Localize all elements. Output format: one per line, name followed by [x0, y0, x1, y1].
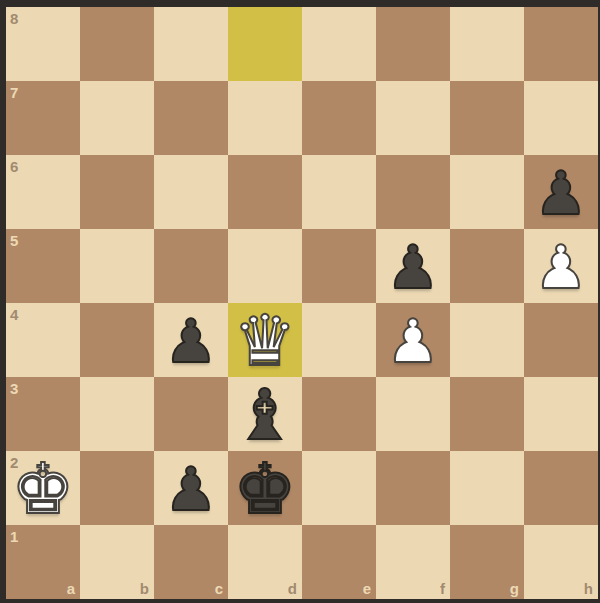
square-g7[interactable]: [450, 81, 524, 155]
square-d5[interactable]: [228, 229, 302, 303]
rank-label-8: 8: [10, 11, 18, 26]
square-h4[interactable]: [524, 303, 598, 377]
square-e7[interactable]: [302, 81, 376, 155]
square-a5[interactable]: 5: [6, 229, 80, 303]
square-d7[interactable]: [228, 81, 302, 155]
square-f7[interactable]: [376, 81, 450, 155]
square-h3[interactable]: [524, 377, 598, 451]
square-g4[interactable]: [450, 303, 524, 377]
square-c4[interactable]: ♟: [154, 303, 228, 377]
square-h2[interactable]: [524, 451, 598, 525]
square-e3[interactable]: [302, 377, 376, 451]
square-a8[interactable]: 8: [6, 7, 80, 81]
chess-board: 876♟5♟♟4♟♛♟3♝2♚♟♚1abcdefgh: [6, 7, 598, 599]
white-pawn-f4[interactable]: ♟: [386, 311, 440, 371]
square-g1[interactable]: g: [450, 525, 524, 599]
square-d3[interactable]: ♝: [228, 377, 302, 451]
square-h7[interactable]: [524, 81, 598, 155]
square-b6[interactable]: [80, 155, 154, 229]
square-d2[interactable]: ♚: [228, 451, 302, 525]
square-c3[interactable]: [154, 377, 228, 451]
file-label-d: d: [288, 581, 297, 596]
square-g6[interactable]: [450, 155, 524, 229]
rank-label-3: 3: [10, 381, 18, 396]
square-f1[interactable]: f: [376, 525, 450, 599]
square-e8[interactable]: [302, 7, 376, 81]
square-h6[interactable]: ♟: [524, 155, 598, 229]
square-c8[interactable]: [154, 7, 228, 81]
square-g8[interactable]: [450, 7, 524, 81]
file-label-g: g: [510, 581, 519, 596]
black-bishop-d3[interactable]: ♝: [234, 380, 297, 450]
square-b3[interactable]: [80, 377, 154, 451]
rank-label-5: 5: [10, 233, 18, 248]
square-d8[interactable]: [228, 7, 302, 81]
file-label-c: c: [215, 581, 223, 596]
square-g5[interactable]: [450, 229, 524, 303]
square-g3[interactable]: [450, 377, 524, 451]
rank-label-7: 7: [10, 85, 18, 100]
square-e1[interactable]: e: [302, 525, 376, 599]
black-pawn-c2[interactable]: ♟: [164, 459, 218, 519]
square-b2[interactable]: [80, 451, 154, 525]
file-label-e: e: [363, 581, 371, 596]
black-pawn-h6[interactable]: ♟: [534, 163, 588, 223]
rank-label-1: 1: [10, 529, 18, 544]
square-a1[interactable]: 1a: [6, 525, 80, 599]
square-g2[interactable]: [450, 451, 524, 525]
file-label-h: h: [584, 581, 593, 596]
square-c2[interactable]: ♟: [154, 451, 228, 525]
square-h8[interactable]: [524, 7, 598, 81]
square-f6[interactable]: [376, 155, 450, 229]
square-b7[interactable]: [80, 81, 154, 155]
square-f4[interactable]: ♟: [376, 303, 450, 377]
square-e4[interactable]: [302, 303, 376, 377]
square-b8[interactable]: [80, 7, 154, 81]
file-label-f: f: [440, 581, 445, 596]
square-h5[interactable]: ♟: [524, 229, 598, 303]
rank-label-6: 6: [10, 159, 18, 174]
square-h1[interactable]: h: [524, 525, 598, 599]
black-pawn-c4[interactable]: ♟: [164, 311, 218, 371]
square-e5[interactable]: [302, 229, 376, 303]
square-b1[interactable]: b: [80, 525, 154, 599]
square-c5[interactable]: [154, 229, 228, 303]
square-d6[interactable]: [228, 155, 302, 229]
file-label-b: b: [140, 581, 149, 596]
white-queen-d4[interactable]: ♛: [234, 306, 297, 376]
square-c1[interactable]: c: [154, 525, 228, 599]
square-a6[interactable]: 6: [6, 155, 80, 229]
white-pawn-h5[interactable]: ♟: [534, 237, 588, 297]
square-a4[interactable]: 4: [6, 303, 80, 377]
square-b5[interactable]: [80, 229, 154, 303]
square-f2[interactable]: [376, 451, 450, 525]
black-pawn-f5[interactable]: ♟: [386, 237, 440, 297]
board-frame: { "game": "chess", "position": { "fen": …: [0, 0, 600, 603]
square-a3[interactable]: 3: [6, 377, 80, 451]
square-e6[interactable]: [302, 155, 376, 229]
white-king-a2[interactable]: ♚: [12, 454, 75, 524]
square-d4[interactable]: ♛: [228, 303, 302, 377]
square-d1[interactable]: d: [228, 525, 302, 599]
square-f8[interactable]: [376, 7, 450, 81]
file-label-a: a: [67, 581, 75, 596]
square-f5[interactable]: ♟: [376, 229, 450, 303]
square-c7[interactable]: [154, 81, 228, 155]
black-king-d2[interactable]: ♚: [234, 454, 297, 524]
rank-label-4: 4: [10, 307, 18, 322]
square-a7[interactable]: 7: [6, 81, 80, 155]
square-b4[interactable]: [80, 303, 154, 377]
square-e2[interactable]: [302, 451, 376, 525]
square-a2[interactable]: 2♚: [6, 451, 80, 525]
square-f3[interactable]: [376, 377, 450, 451]
square-c6[interactable]: [154, 155, 228, 229]
